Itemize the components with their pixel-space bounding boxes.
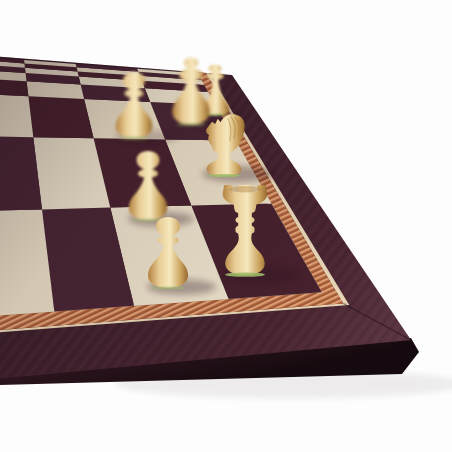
- chess-board: [0, 0, 452, 452]
- piece-shadow-a1: [221, 266, 299, 283]
- chessboard-photo: [0, 0, 452, 452]
- piece-shadow-a2: [147, 279, 216, 294]
- piece-shadow-b1: [202, 166, 274, 182]
- piece-shadow-b2: [128, 212, 194, 227]
- piece-shadow-d1: [173, 118, 231, 131]
- piece-shadow-c2: [115, 130, 178, 144]
- piece-shadow-c1: [202, 108, 245, 118]
